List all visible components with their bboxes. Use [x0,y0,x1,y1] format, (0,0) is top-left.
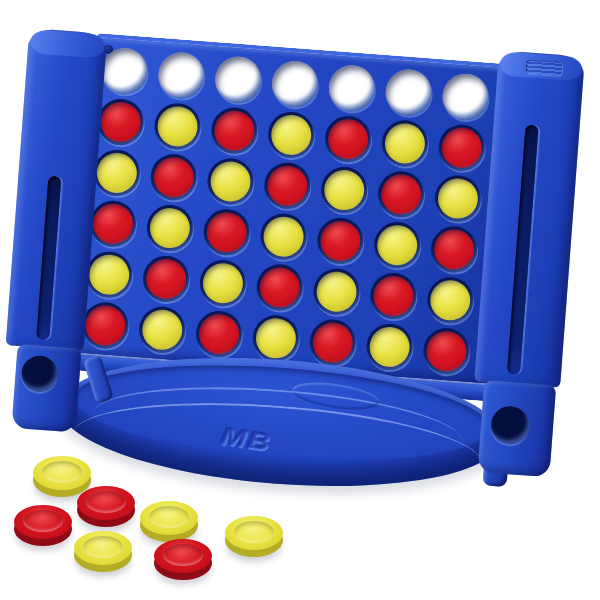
cell-r5-c4[interactable] [249,259,310,314]
cell-r5-c2[interactable] [135,251,196,306]
right-pillar-foot [477,380,556,477]
filled-slot-hole [137,305,186,354]
right-pillar-slot [507,124,539,374]
filled-slot-hole [364,322,413,371]
red-disc [425,329,468,372]
filled-slot-hole [84,249,133,298]
cell-r5-c5[interactable] [306,264,367,319]
cell-r2-c5[interactable] [317,111,378,166]
filled-slot-hole [376,169,425,218]
filled-slot-hole [251,313,300,362]
yellow-disc [428,278,471,321]
filled-slot-hole [149,152,198,201]
red-disc [91,202,134,245]
filled-slot-hole [198,258,247,307]
filled-slot-hole [152,101,201,150]
filled-slot-hole [266,110,315,159]
cell-r4-c6[interactable] [366,217,427,272]
red-disc [144,257,187,300]
cell-r1-c2[interactable] [151,47,212,102]
filled-slot-hole [255,262,304,311]
red-disc [265,164,308,207]
empty-slot-hole [440,72,489,121]
yellow-disc [315,270,358,313]
filled-slot-hole [262,161,311,210]
empty-slot-hole [270,59,319,108]
board-frame [72,33,525,386]
yellow-disc [269,113,312,156]
yellow-disc [383,121,426,164]
yellow-disc [156,104,199,147]
filled-slot-hole [421,326,470,375]
yellow-disc [436,177,479,220]
cell-r5-c6[interactable] [363,268,424,323]
yellow-disc [87,253,130,296]
filled-slot-hole [315,216,364,265]
yellow-disc [148,206,191,249]
red-disc [311,321,354,364]
cell-r6-c5[interactable] [302,315,363,370]
embossed-brand-logo [526,59,563,76]
cell-r6-c3[interactable] [188,306,249,361]
yellow-disc [209,160,252,203]
filled-slot-hole [368,271,417,320]
cell-r4-c4[interactable] [253,209,314,264]
cell-r4-c3[interactable] [196,204,257,259]
red-disc [326,117,369,160]
cell-r5-c3[interactable] [192,255,253,310]
red-disc [205,210,248,253]
yellow-disc [201,261,244,304]
yellow-disc [95,151,138,194]
loose-red-disc[interactable] [154,546,212,580]
filled-slot-hole [380,118,429,167]
cell-r4-c5[interactable] [310,213,371,268]
filled-slot-hole [437,123,486,172]
cell-r3-c4[interactable] [257,158,318,213]
red-disc [99,100,142,143]
yellow-disc [322,168,365,211]
loose-red-disc[interactable] [14,512,72,546]
filled-slot-hole [308,317,357,366]
filled-slot-hole [372,220,421,269]
empty-slot-hole [384,67,433,116]
cell-r1-c6[interactable] [378,65,439,120]
cell-r3-c2[interactable] [143,149,204,204]
cell-r5-c7[interactable] [419,272,480,327]
red-disc [379,172,422,215]
yellow-disc [375,223,418,266]
empty-slot-hole [99,46,148,95]
cell-r3-c3[interactable] [200,153,261,208]
cell-r1-c3[interactable] [207,52,268,107]
cell-r1-c4[interactable] [264,56,325,111]
cell-r1-c7[interactable] [435,69,496,124]
photo-scene: MB [0,0,600,600]
filled-slot-hole [319,165,368,214]
empty-slot-hole [156,50,205,99]
cell-r3-c6[interactable] [370,166,431,221]
cell-r3-c7[interactable] [427,171,488,226]
cell-r4-c2[interactable] [139,200,200,255]
loose-yellow-disc[interactable] [74,538,132,572]
left-pillar-slot [36,176,61,341]
filled-slot-hole [194,309,243,358]
red-disc [212,109,255,152]
red-disc [84,304,127,347]
cell-r6-c4[interactable] [245,310,306,365]
cell-r6-c2[interactable] [131,302,192,357]
filled-slot-hole [88,199,137,248]
left-foot-hole [20,354,59,393]
filled-slot-hole [425,275,474,324]
loose-red-disc[interactable] [77,493,135,527]
red-disc [152,155,195,198]
cell-r2-c6[interactable] [374,115,435,170]
red-disc [197,312,240,355]
left-pillar-cap [30,29,106,58]
cell-r1-c5[interactable] [321,60,382,115]
cell-r4-c7[interactable] [423,221,484,276]
filled-slot-hole [96,97,145,146]
filled-slot-hole [209,105,258,154]
red-disc [372,274,415,317]
filled-slot-hole [205,156,254,205]
right-foot-hole [490,405,531,446]
filled-slot-hole [433,173,482,222]
red-disc [258,266,301,309]
cell-r2-c2[interactable] [147,98,208,153]
cell-r3-c5[interactable] [313,162,374,217]
filled-slot-hole [80,300,129,349]
yellow-disc [262,215,305,258]
empty-slot-hole [213,55,262,104]
red-disc [319,219,362,262]
filled-slot-hole [323,114,372,163]
loose-yellow-disc[interactable] [225,523,283,557]
filled-slot-hole [258,211,307,260]
filled-slot-hole [92,148,141,197]
board-grid [75,43,496,378]
yellow-disc [140,308,183,351]
cell-r2-c4[interactable] [260,107,321,162]
loose-yellow-disc[interactable] [140,508,198,542]
left-pillar-foot [11,344,81,433]
empty-slot-hole [327,63,376,112]
cell-r6-c7[interactable] [416,323,477,378]
filled-slot-hole [202,207,251,256]
filled-slot-hole [145,203,194,252]
cell-r2-c7[interactable] [431,120,492,175]
filled-slot-hole [141,254,190,303]
red-disc [440,126,483,169]
cell-r2-c3[interactable] [204,103,265,158]
yellow-disc [254,316,297,359]
yellow-disc [368,325,411,368]
red-disc [432,227,475,270]
filled-slot-hole [429,224,478,273]
filled-slot-hole [311,267,360,316]
cell-r6-c6[interactable] [359,319,420,374]
